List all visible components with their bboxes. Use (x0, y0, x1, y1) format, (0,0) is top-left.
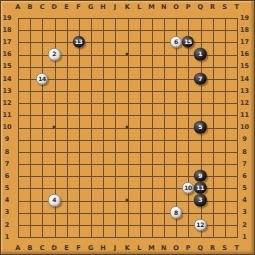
row-label: 5 (242, 184, 247, 192)
row-label: 17 (2, 38, 11, 46)
row-label: 18 (2, 26, 11, 34)
row-label: 2 (242, 221, 247, 229)
move-number: 7 (198, 76, 202, 82)
row-label: 8 (242, 148, 247, 156)
move-number: 6 (174, 39, 178, 45)
column-label: M (148, 244, 154, 252)
row-label: 16 (2, 50, 11, 58)
row-label: 7 (242, 160, 247, 168)
row-label: 6 (5, 172, 10, 180)
row-label: 3 (242, 208, 247, 216)
row-label: 1 (242, 233, 247, 241)
column-label: A (15, 3, 20, 11)
move-number: 9 (198, 173, 202, 179)
row-label: 12 (2, 99, 11, 107)
column-label: B (27, 3, 32, 11)
column-label: R (210, 244, 215, 252)
column-label: H (100, 3, 105, 11)
go-board: ABCDEFGHJKLMNOPQRST ABCDEFGHJKLMNOPQRST … (0, 0, 255, 255)
move-number: 2 (52, 51, 56, 57)
column-label: L (137, 244, 141, 252)
move-number: 10 (184, 185, 192, 191)
move-number: 8 (174, 209, 178, 215)
column-label: H (100, 244, 105, 252)
move-number: 1 (198, 51, 202, 57)
row-label: 9 (5, 135, 10, 143)
column-label: D (52, 244, 57, 252)
column-label: K (125, 3, 130, 11)
move-number: 11 (196, 185, 204, 191)
column-label: B (27, 244, 32, 252)
row-label: 4 (242, 196, 247, 204)
row-label: 2 (5, 221, 10, 229)
column-label: P (186, 3, 191, 11)
move-number: 15 (184, 39, 192, 45)
column-label: M (148, 3, 154, 11)
column-label: G (88, 244, 93, 252)
row-label: 1 (5, 233, 10, 241)
column-label: T (235, 244, 239, 252)
row-label: 6 (242, 172, 247, 180)
move-number: 13 (75, 39, 83, 45)
row-label: 19 (2, 14, 11, 22)
column-label: O (173, 244, 179, 252)
column-label: L (137, 3, 141, 11)
row-label: 14 (2, 75, 11, 83)
move-number: 12 (196, 222, 204, 228)
column-label: T (235, 3, 239, 11)
column-label: J (114, 244, 116, 252)
column-label: F (76, 244, 80, 252)
column-label: A (15, 244, 20, 252)
column-label: K (125, 244, 130, 252)
move-number: 5 (198, 124, 202, 130)
column-label: O (173, 3, 179, 11)
column-label: D (52, 3, 57, 11)
column-label: J (114, 3, 116, 11)
row-label: 11 (2, 111, 11, 119)
hoshi-dot (126, 53, 129, 56)
row-label: 9 (242, 135, 247, 143)
column-label: R (210, 3, 215, 11)
move-number: 14 (38, 76, 46, 82)
column-label: E (64, 3, 68, 11)
column-label: N (161, 3, 166, 11)
row-label: 10 (2, 123, 11, 131)
move-number: 3 (198, 197, 202, 203)
column-label: Q (197, 3, 203, 11)
column-label: E (64, 244, 68, 252)
column-label: S (222, 244, 227, 252)
row-label: 13 (2, 87, 11, 95)
column-label: N (161, 244, 166, 252)
row-label: 8 (5, 148, 10, 156)
hoshi-dot (126, 199, 129, 202)
column-label: S (222, 3, 227, 11)
column-label: G (88, 3, 93, 11)
row-label: 5 (5, 184, 10, 192)
hoshi-dot (126, 126, 129, 129)
move-number: 4 (52, 197, 56, 203)
board-grid[interactable]: 123456789101112131415 (12, 12, 243, 243)
row-label: 7 (5, 160, 10, 168)
column-label: C (40, 3, 45, 11)
hoshi-dot (53, 126, 56, 129)
column-label: F (76, 3, 80, 11)
row-label: 3 (5, 208, 10, 216)
row-label: 4 (5, 196, 10, 204)
column-label: P (186, 244, 191, 252)
column-label: C (40, 244, 45, 252)
column-label: Q (197, 244, 203, 252)
row-label: 15 (2, 62, 11, 70)
